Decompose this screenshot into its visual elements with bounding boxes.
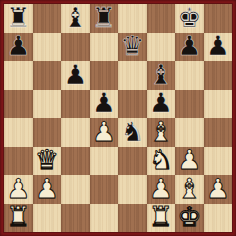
square-c2[interactable] bbox=[61, 175, 90, 204]
square-d2[interactable] bbox=[90, 175, 119, 204]
piece-white-bishop: ♝ bbox=[149, 118, 173, 145]
square-f3[interactable]: ♞ bbox=[147, 147, 176, 176]
square-g1[interactable]: ♚ bbox=[175, 204, 204, 233]
square-a2[interactable]: ♟ bbox=[4, 175, 33, 204]
square-d3[interactable] bbox=[90, 147, 119, 176]
square-g4[interactable] bbox=[175, 118, 204, 147]
square-g5[interactable] bbox=[175, 90, 204, 119]
square-f6[interactable]: ♝ bbox=[147, 61, 176, 90]
piece-white-knight: ♞ bbox=[149, 146, 173, 173]
square-d7[interactable] bbox=[90, 33, 119, 62]
square-b1[interactable] bbox=[33, 204, 62, 233]
square-c7[interactable] bbox=[61, 33, 90, 62]
piece-black-knight: ♞ bbox=[120, 118, 144, 145]
piece-black-pawn: ♟ bbox=[149, 89, 173, 116]
square-g8[interactable]: ♚ bbox=[175, 4, 204, 33]
square-f5[interactable]: ♟ bbox=[147, 90, 176, 119]
square-b7[interactable] bbox=[33, 33, 62, 62]
piece-white-queen: ♛ bbox=[35, 146, 59, 173]
square-b3[interactable]: ♛ bbox=[33, 147, 62, 176]
piece-black-rook: ♜ bbox=[92, 4, 116, 31]
square-c6[interactable]: ♟ bbox=[61, 61, 90, 90]
square-a7[interactable]: ♟ bbox=[4, 33, 33, 62]
square-a3[interactable] bbox=[4, 147, 33, 176]
piece-black-bishop: ♝ bbox=[63, 4, 87, 31]
piece-white-pawn: ♟ bbox=[35, 175, 59, 202]
square-b8[interactable] bbox=[33, 4, 62, 33]
square-c5[interactable] bbox=[61, 90, 90, 119]
square-b6[interactable] bbox=[33, 61, 62, 90]
square-d6[interactable] bbox=[90, 61, 119, 90]
piece-white-pawn: ♟ bbox=[6, 175, 30, 202]
square-f1[interactable]: ♜ bbox=[147, 204, 176, 233]
square-f2[interactable]: ♟ bbox=[147, 175, 176, 204]
square-d8[interactable]: ♜ bbox=[90, 4, 119, 33]
chess-board: ♜♝♜♚♟♛♟♟♟♝♟♟♟♞♝♛♞♟♟♟♟♝♟♜♜♚ bbox=[4, 4, 232, 232]
piece-black-pawn: ♟ bbox=[177, 32, 201, 59]
square-h4[interactable] bbox=[204, 118, 233, 147]
square-e7[interactable]: ♛ bbox=[118, 33, 147, 62]
piece-black-king: ♚ bbox=[177, 4, 201, 31]
square-e3[interactable] bbox=[118, 147, 147, 176]
square-e5[interactable] bbox=[118, 90, 147, 119]
piece-white-pawn: ♟ bbox=[177, 146, 201, 173]
square-e6[interactable] bbox=[118, 61, 147, 90]
board-frame: ♜♝♜♚♟♛♟♟♟♝♟♟♟♞♝♛♞♟♟♟♟♝♟♜♜♚ bbox=[0, 0, 236, 236]
square-g3[interactable]: ♟ bbox=[175, 147, 204, 176]
square-d1[interactable] bbox=[90, 204, 119, 233]
square-b4[interactable] bbox=[33, 118, 62, 147]
piece-white-pawn: ♟ bbox=[206, 175, 230, 202]
square-e4[interactable]: ♞ bbox=[118, 118, 147, 147]
piece-white-pawn: ♟ bbox=[149, 175, 173, 202]
square-a8[interactable]: ♜ bbox=[4, 4, 33, 33]
square-a5[interactable] bbox=[4, 90, 33, 119]
square-e1[interactable] bbox=[118, 204, 147, 233]
square-a6[interactable] bbox=[4, 61, 33, 90]
piece-black-pawn: ♟ bbox=[63, 61, 87, 88]
square-c1[interactable] bbox=[61, 204, 90, 233]
square-g7[interactable]: ♟ bbox=[175, 33, 204, 62]
piece-white-rook: ♜ bbox=[149, 203, 173, 230]
piece-white-bishop: ♝ bbox=[177, 175, 201, 202]
piece-black-bishop: ♝ bbox=[149, 61, 173, 88]
square-h6[interactable] bbox=[204, 61, 233, 90]
square-d4[interactable]: ♟ bbox=[90, 118, 119, 147]
piece-black-pawn: ♟ bbox=[92, 89, 116, 116]
piece-black-pawn: ♟ bbox=[206, 32, 230, 59]
square-b2[interactable]: ♟ bbox=[33, 175, 62, 204]
square-h7[interactable]: ♟ bbox=[204, 33, 233, 62]
square-g6[interactable] bbox=[175, 61, 204, 90]
piece-black-rook: ♜ bbox=[6, 4, 30, 31]
square-a4[interactable] bbox=[4, 118, 33, 147]
piece-white-rook: ♜ bbox=[6, 203, 30, 230]
square-c3[interactable] bbox=[61, 147, 90, 176]
square-a1[interactable]: ♜ bbox=[4, 204, 33, 233]
square-f7[interactable] bbox=[147, 33, 176, 62]
square-e8[interactable] bbox=[118, 4, 147, 33]
square-d5[interactable]: ♟ bbox=[90, 90, 119, 119]
square-h3[interactable] bbox=[204, 147, 233, 176]
piece-white-king: ♚ bbox=[177, 203, 201, 230]
square-f4[interactable]: ♝ bbox=[147, 118, 176, 147]
square-c4[interactable] bbox=[61, 118, 90, 147]
square-b5[interactable] bbox=[33, 90, 62, 119]
square-h2[interactable]: ♟ bbox=[204, 175, 233, 204]
square-e2[interactable] bbox=[118, 175, 147, 204]
square-h1[interactable] bbox=[204, 204, 233, 233]
square-c8[interactable]: ♝ bbox=[61, 4, 90, 33]
square-f8[interactable] bbox=[147, 4, 176, 33]
square-h5[interactable] bbox=[204, 90, 233, 119]
piece-white-pawn: ♟ bbox=[92, 118, 116, 145]
square-h8[interactable] bbox=[204, 4, 233, 33]
piece-black-queen: ♛ bbox=[120, 32, 144, 59]
piece-black-pawn: ♟ bbox=[6, 32, 30, 59]
square-g2[interactable]: ♝ bbox=[175, 175, 204, 204]
